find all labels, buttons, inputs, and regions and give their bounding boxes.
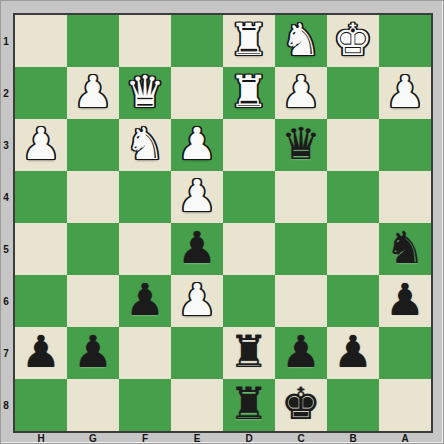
file-label-c: C: [275, 433, 327, 444]
piece-white-knight[interactable]: ♞: [281, 15, 320, 66]
square-g4[interactable]: [67, 171, 119, 223]
rank-label-3: 3: [0, 119, 12, 171]
square-c6[interactable]: [275, 275, 327, 327]
rank-label-6: 6: [0, 275, 12, 327]
square-c2[interactable]: ♟: [275, 67, 327, 119]
square-e7[interactable]: [171, 327, 223, 379]
square-h1[interactable]: [15, 15, 67, 67]
square-a4[interactable]: [379, 171, 431, 223]
square-c5[interactable]: [275, 223, 327, 275]
piece-white-pawn[interactable]: ♟: [177, 275, 216, 326]
square-d1[interactable]: ♜: [223, 15, 275, 67]
square-h5[interactable]: [15, 223, 67, 275]
square-a2[interactable]: ♟: [379, 67, 431, 119]
square-g3[interactable]: [67, 119, 119, 171]
piece-white-pawn[interactable]: ♟: [177, 171, 216, 222]
piece-black-pawn[interactable]: ♟: [21, 327, 60, 378]
square-d7[interactable]: ♜: [223, 327, 275, 379]
file-label-h: H: [15, 433, 67, 444]
square-h6[interactable]: [15, 275, 67, 327]
square-h8[interactable]: [15, 379, 67, 431]
file-label-e: E: [171, 433, 223, 444]
piece-white-queen[interactable]: ♛: [125, 67, 164, 118]
square-a3[interactable]: [379, 119, 431, 171]
square-e4[interactable]: ♟: [171, 171, 223, 223]
piece-white-king[interactable]: ♚: [333, 15, 372, 66]
square-f2[interactable]: ♛: [119, 67, 171, 119]
square-b2[interactable]: [327, 67, 379, 119]
rank-label-7: 7: [0, 327, 12, 379]
piece-white-pawn[interactable]: ♟: [385, 67, 424, 118]
square-f6[interactable]: ♟: [119, 275, 171, 327]
square-a6[interactable]: ♟: [379, 275, 431, 327]
square-a8[interactable]: [379, 379, 431, 431]
square-g5[interactable]: [67, 223, 119, 275]
square-b8[interactable]: [327, 379, 379, 431]
piece-white-rook[interactable]: ♜: [229, 67, 268, 118]
square-e5[interactable]: ♟: [171, 223, 223, 275]
square-h2[interactable]: [15, 67, 67, 119]
file-label-d: D: [223, 433, 275, 444]
square-b4[interactable]: [327, 171, 379, 223]
square-c1[interactable]: ♞: [275, 15, 327, 67]
chess-board: ♜♞♚♟♛♜♟♟♟♞♟♛♟♟♞♟♟♟♟♟♜♟♟♜♚: [13, 13, 433, 433]
rank-label-2: 2: [0, 67, 12, 119]
square-f8[interactable]: [119, 379, 171, 431]
rank-label-1: 1: [0, 15, 12, 67]
square-b6[interactable]: [327, 275, 379, 327]
piece-black-king[interactable]: ♚: [281, 379, 320, 430]
square-b5[interactable]: [327, 223, 379, 275]
square-h7[interactable]: ♟: [15, 327, 67, 379]
piece-black-pawn[interactable]: ♟: [385, 275, 424, 326]
square-b1[interactable]: ♚: [327, 15, 379, 67]
square-g1[interactable]: [67, 15, 119, 67]
square-e8[interactable]: [171, 379, 223, 431]
square-e3[interactable]: ♟: [171, 119, 223, 171]
piece-white-pawn[interactable]: ♟: [21, 119, 60, 170]
square-c4[interactable]: [275, 171, 327, 223]
piece-white-knight[interactable]: ♞: [125, 119, 164, 170]
square-d6[interactable]: [223, 275, 275, 327]
piece-black-rook[interactable]: ♜: [229, 379, 268, 430]
square-d2[interactable]: ♜: [223, 67, 275, 119]
file-label-a: A: [379, 433, 431, 444]
square-h4[interactable]: [15, 171, 67, 223]
square-e6[interactable]: ♟: [171, 275, 223, 327]
square-d5[interactable]: [223, 223, 275, 275]
square-c8[interactable]: ♚: [275, 379, 327, 431]
square-a7[interactable]: [379, 327, 431, 379]
piece-white-rook[interactable]: ♜: [229, 15, 268, 66]
piece-white-pawn[interactable]: ♟: [281, 67, 320, 118]
file-label-b: B: [327, 433, 379, 444]
square-f4[interactable]: [119, 171, 171, 223]
piece-black-pawn[interactable]: ♟: [125, 275, 164, 326]
square-d4[interactable]: [223, 171, 275, 223]
piece-black-knight[interactable]: ♞: [385, 223, 424, 274]
square-f7[interactable]: [119, 327, 171, 379]
square-f1[interactable]: [119, 15, 171, 67]
square-a1[interactable]: [379, 15, 431, 67]
square-f5[interactable]: [119, 223, 171, 275]
file-label-g: G: [67, 433, 119, 444]
square-e1[interactable]: [171, 15, 223, 67]
square-g8[interactable]: [67, 379, 119, 431]
square-a5[interactable]: ♞: [379, 223, 431, 275]
square-b3[interactable]: [327, 119, 379, 171]
piece-white-pawn[interactable]: ♟: [177, 119, 216, 170]
square-g6[interactable]: [67, 275, 119, 327]
square-b7[interactable]: ♟: [327, 327, 379, 379]
square-c7[interactable]: ♟: [275, 327, 327, 379]
square-f3[interactable]: ♞: [119, 119, 171, 171]
square-e2[interactable]: [171, 67, 223, 119]
rank-label-8: 8: [0, 379, 12, 431]
square-h3[interactable]: ♟: [15, 119, 67, 171]
square-d3[interactable]: [223, 119, 275, 171]
square-c3[interactable]: ♛: [275, 119, 327, 171]
piece-black-queen[interactable]: ♛: [281, 119, 320, 170]
piece-white-pawn[interactable]: ♟: [73, 67, 112, 118]
file-label-f: F: [119, 433, 171, 444]
rank-label-4: 4: [0, 171, 12, 223]
piece-black-pawn[interactable]: ♟: [177, 223, 216, 274]
square-g2[interactable]: ♟: [67, 67, 119, 119]
rank-label-5: 5: [0, 223, 12, 275]
piece-black-rook[interactable]: ♜: [229, 327, 268, 378]
piece-black-pawn[interactable]: ♟: [73, 327, 112, 378]
piece-black-pawn[interactable]: ♟: [281, 327, 320, 378]
square-g7[interactable]: ♟: [67, 327, 119, 379]
chess-diagram: 12345678 HGFEDCBA ♜♞♚♟♛♜♟♟♟♞♟♛♟♟♞♟♟♟♟♟♜♟…: [0, 0, 444, 444]
square-d8[interactable]: ♜: [223, 379, 275, 431]
piece-black-pawn[interactable]: ♟: [333, 327, 372, 378]
